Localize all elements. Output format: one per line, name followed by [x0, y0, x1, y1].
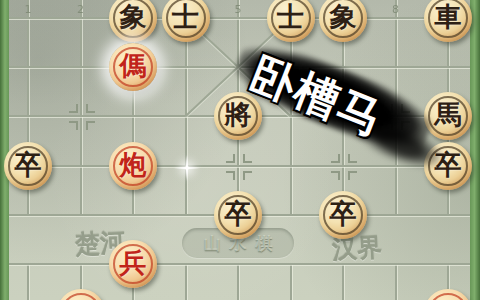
piece-glyph: 卒: [225, 201, 252, 228]
piece-glyph: 象: [330, 4, 357, 31]
file-label-1: 1: [18, 3, 38, 16]
piece-black-卒-c6r4[interactable]: 卒: [319, 191, 367, 239]
piece-black-象-c6r0[interactable]: 象: [319, 0, 367, 42]
piece-black-車-c8r0[interactable]: 車: [424, 0, 472, 42]
file-label-5: 5: [228, 3, 248, 16]
piece-glyph: 將: [225, 102, 252, 129]
piece-red-unknown-c8r6[interactable]: [424, 289, 472, 300]
piece-red-炮-c2r3[interactable]: 炮: [109, 142, 157, 190]
piece-black-象-c2r0[interactable]: 象: [109, 0, 157, 42]
piece-red-傌-c2r1[interactable]: 傌: [109, 43, 157, 91]
table-edge-left: [0, 0, 9, 300]
table-edge-right: [470, 0, 480, 300]
piece-red-unknown-c1r6[interactable]: [57, 289, 105, 300]
piece-black-卒-c4r4[interactable]: 卒: [214, 191, 262, 239]
piece-glyph: 士: [277, 4, 304, 31]
piece-glyph: 象: [120, 4, 147, 31]
piece-glyph: 炮: [120, 152, 147, 179]
piece-glyph: 車: [435, 4, 462, 31]
xiangqi-board: 123456789 楚河 汉界 山水棋 象士士象車傌將馬卒炮卒卒卒兵 卧槽马: [0, 0, 480, 300]
move-name-caption: 卧槽马: [242, 44, 392, 149]
piece-glyph: 士: [172, 4, 199, 31]
piece-glyph: 卒: [330, 201, 357, 228]
file-label-2: 2: [71, 3, 91, 16]
piece-glyph: 傌: [120, 53, 147, 80]
piece-black-士-c5r0[interactable]: 士: [267, 0, 315, 42]
piece-glyph: 卒: [15, 152, 42, 179]
piece-black-卒-c0r3[interactable]: 卒: [4, 142, 52, 190]
piece-glyph: 兵: [120, 250, 147, 277]
file-label-8: 8: [386, 3, 406, 16]
piece-red-兵-c2r5[interactable]: 兵: [109, 240, 157, 288]
